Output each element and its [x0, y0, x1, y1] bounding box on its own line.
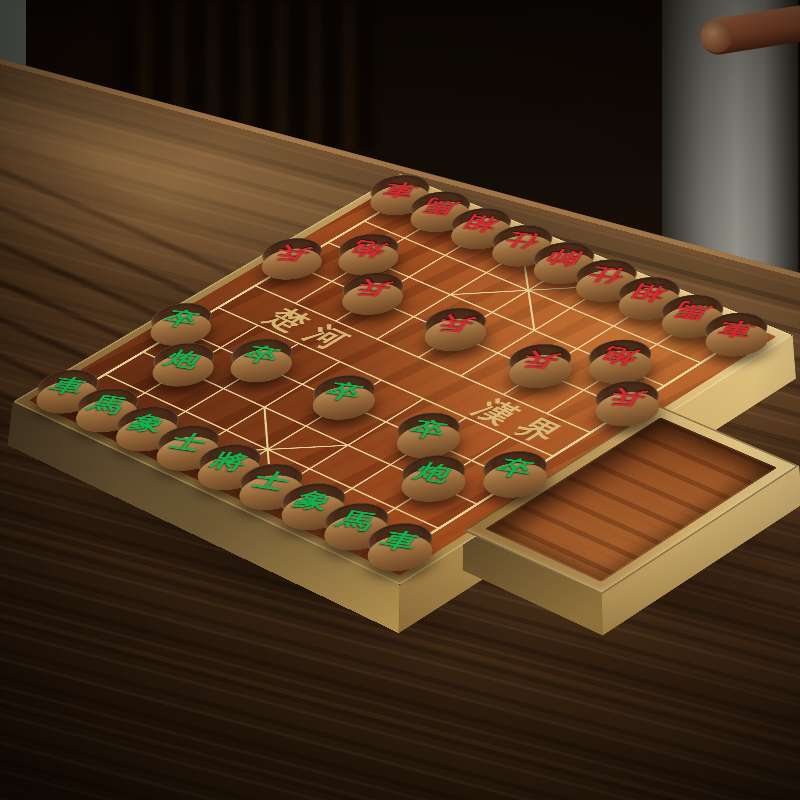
- photo-scene: 楚河漢界 車馬相仕帥仕相馬車炮炮兵兵兵兵兵卒卒卒卒卒炮炮車馬象士將士象馬車: [0, 0, 800, 800]
- xiangqi-board: 楚河漢界 車馬相仕帥仕相馬車炮炮兵兵兵兵兵卒卒卒卒卒炮炮車馬象士將士象馬車: [399, 200, 401, 201]
